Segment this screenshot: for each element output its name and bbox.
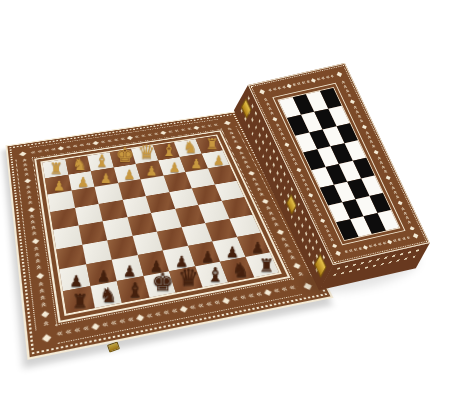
black-knight[interactable]: ♞ (99, 285, 117, 305)
square[interactable] (103, 217, 132, 240)
square[interactable] (122, 196, 151, 217)
square[interactable] (181, 223, 212, 246)
square[interactable]: ♞ (90, 281, 122, 308)
white-rook[interactable]: ♜ (205, 137, 218, 152)
black-pawn[interactable]: ♟ (251, 239, 264, 254)
square[interactable] (221, 197, 252, 218)
square[interactable]: ♝ (153, 142, 180, 160)
black-bishop[interactable]: ♝ (126, 280, 144, 300)
white-pawn[interactable]: ♟ (191, 157, 203, 170)
square[interactable]: ♝ (195, 261, 228, 287)
square[interactable]: ♞ (65, 156, 91, 175)
square[interactable]: ♜ (63, 286, 95, 314)
black-queen[interactable]: ♛ (178, 266, 199, 289)
white-pawn[interactable]: ♟ (168, 161, 180, 174)
white-king[interactable]: ♚ (115, 145, 133, 165)
black-bishop[interactable]: ♝ (206, 265, 224, 285)
black-pawn[interactable]: ♟ (201, 249, 215, 264)
black-king[interactable]: ♚ (151, 270, 173, 295)
square[interactable]: ♟ (45, 174, 71, 194)
white-rook[interactable]: ♜ (50, 161, 64, 176)
white-bishop[interactable]: ♝ (161, 142, 176, 159)
white-pawn[interactable]: ♟ (77, 175, 89, 188)
square[interactable]: ♚ (143, 271, 176, 298)
white-pawn[interactable]: ♟ (213, 154, 225, 167)
white-pawn[interactable]: ♟ (123, 168, 135, 181)
white-pawn[interactable]: ♟ (146, 164, 158, 177)
square[interactable]: ♝ (117, 276, 149, 303)
white-knight[interactable]: ♞ (72, 156, 87, 173)
square[interactable]: ♝ (87, 152, 113, 171)
black-pawn[interactable]: ♟ (123, 263, 137, 278)
square[interactable]: ♟ (237, 233, 270, 257)
white-pawn[interactable]: ♟ (53, 179, 65, 193)
black-rook[interactable]: ♜ (72, 292, 88, 310)
chess-set-product-photo: ««««◆««««◆««««◆««««◆««««◆««««◆««««◆««««◆… (0, 0, 450, 400)
black-pawn[interactable]: ♟ (96, 268, 110, 283)
square[interactable]: ♜ (245, 252, 279, 277)
black-pawn[interactable]: ♟ (69, 273, 83, 289)
black-rook[interactable]: ♜ (259, 257, 275, 274)
square[interactable] (107, 236, 137, 260)
white-bishop[interactable]: ♝ (95, 152, 110, 169)
square[interactable] (53, 226, 82, 249)
square[interactable]: ♜ (195, 136, 222, 154)
black-knight[interactable]: ♞ (232, 260, 250, 280)
black-pawn[interactable]: ♟ (226, 244, 239, 259)
square[interactable]: ♞ (174, 139, 201, 157)
white-queen[interactable]: ♛ (138, 143, 155, 162)
white-knight[interactable]: ♞ (183, 139, 198, 155)
square[interactable]: ♞ (220, 257, 254, 283)
square[interactable] (214, 181, 244, 201)
square[interactable] (98, 200, 126, 222)
square[interactable]: ♛ (131, 146, 158, 164)
white-pawn[interactable]: ♟ (100, 171, 112, 184)
square[interactable]: ♚ (109, 149, 135, 167)
